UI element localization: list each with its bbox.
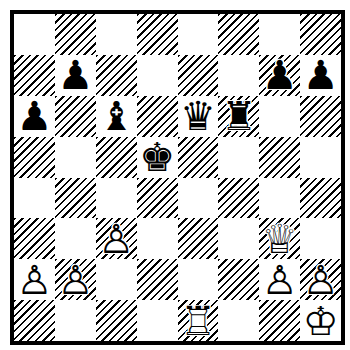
piece-glyph: ♙ — [17, 260, 53, 300]
piece-black-rook[interactable]: ♜♜ — [218, 96, 259, 137]
square-e1[interactable]: ♜♖ — [178, 300, 219, 341]
square-c5[interactable] — [96, 137, 137, 178]
square-b8[interactable] — [55, 14, 96, 55]
square-h7[interactable]: ♟♟ — [300, 55, 341, 96]
piece-glyph: ♚ — [139, 137, 175, 177]
square-b3[interactable] — [55, 218, 96, 259]
square-h5[interactable] — [300, 137, 341, 178]
piece-glyph: ♟ — [57, 55, 93, 95]
piece-glyph: ♙ — [57, 260, 93, 300]
piece-white-pawn[interactable]: ♟♙ — [14, 259, 55, 300]
square-f5[interactable] — [218, 137, 259, 178]
diagram-background: ♟♟♟♟♟♟♟♟♝♝♛♛♜♜♚♚♟♙♛♕♟♙♟♙♟♙♟♙♜♖♚♔ — [0, 0, 350, 350]
square-c2[interactable] — [96, 259, 137, 300]
square-g5[interactable] — [259, 137, 300, 178]
piece-white-queen[interactable]: ♛♕ — [259, 218, 300, 259]
piece-white-pawn[interactable]: ♟♙ — [300, 259, 341, 300]
square-a1[interactable] — [14, 300, 55, 341]
square-g2[interactable]: ♟♙ — [259, 259, 300, 300]
square-h4[interactable] — [300, 178, 341, 219]
piece-white-rook[interactable]: ♜♖ — [178, 300, 219, 341]
square-d5[interactable]: ♚♚ — [137, 137, 178, 178]
piece-white-king[interactable]: ♚♔ — [300, 300, 341, 341]
square-b6[interactable] — [55, 96, 96, 137]
piece-glyph: ♟ — [17, 96, 53, 136]
square-c8[interactable] — [96, 14, 137, 55]
piece-glyph: ♜ — [221, 96, 257, 136]
square-a4[interactable] — [14, 178, 55, 219]
square-c1[interactable] — [96, 300, 137, 341]
square-b5[interactable] — [55, 137, 96, 178]
square-e5[interactable] — [178, 137, 219, 178]
square-e8[interactable] — [178, 14, 219, 55]
square-e6[interactable]: ♛♛ — [178, 96, 219, 137]
square-c6[interactable]: ♝♝ — [96, 96, 137, 137]
piece-glyph: ♟ — [303, 55, 339, 95]
square-f1[interactable] — [218, 300, 259, 341]
square-g1[interactable] — [259, 300, 300, 341]
square-h2[interactable]: ♟♙ — [300, 259, 341, 300]
piece-glyph: ♙ — [303, 260, 339, 300]
square-b4[interactable] — [55, 178, 96, 219]
board-grid: ♟♟♟♟♟♟♟♟♝♝♛♛♜♜♚♚♟♙♛♕♟♙♟♙♟♙♟♙♜♖♚♔ — [14, 14, 341, 341]
square-a7[interactable] — [14, 55, 55, 96]
square-g7[interactable]: ♟♟ — [259, 55, 300, 96]
square-d4[interactable] — [137, 178, 178, 219]
square-d7[interactable] — [137, 55, 178, 96]
piece-glyph: ♔ — [303, 301, 339, 341]
square-b2[interactable]: ♟♙ — [55, 259, 96, 300]
square-d1[interactable] — [137, 300, 178, 341]
square-a8[interactable] — [14, 14, 55, 55]
square-e7[interactable] — [178, 55, 219, 96]
square-a6[interactable]: ♟♟ — [14, 96, 55, 137]
square-g8[interactable] — [259, 14, 300, 55]
piece-glyph: ♙ — [98, 219, 134, 259]
piece-glyph: ♝ — [98, 96, 134, 136]
square-f3[interactable] — [218, 218, 259, 259]
square-g6[interactable] — [259, 96, 300, 137]
square-f4[interactable] — [218, 178, 259, 219]
square-h6[interactable] — [300, 96, 341, 137]
square-d2[interactable] — [137, 259, 178, 300]
piece-black-pawn[interactable]: ♟♟ — [259, 55, 300, 96]
piece-glyph: ♕ — [262, 219, 298, 259]
square-f7[interactable] — [218, 55, 259, 96]
square-a3[interactable] — [14, 218, 55, 259]
square-g3[interactable]: ♛♕ — [259, 218, 300, 259]
square-g4[interactable] — [259, 178, 300, 219]
square-d3[interactable] — [137, 218, 178, 259]
piece-glyph: ♖ — [180, 301, 216, 341]
piece-black-pawn[interactable]: ♟♟ — [14, 96, 55, 137]
piece-glyph: ♟ — [262, 55, 298, 95]
piece-black-bishop[interactable]: ♝♝ — [96, 96, 137, 137]
square-f2[interactable] — [218, 259, 259, 300]
square-b1[interactable] — [55, 300, 96, 341]
piece-white-pawn[interactable]: ♟♙ — [259, 259, 300, 300]
square-b7[interactable]: ♟♟ — [55, 55, 96, 96]
piece-black-pawn[interactable]: ♟♟ — [55, 55, 96, 96]
square-e2[interactable] — [178, 259, 219, 300]
piece-white-pawn[interactable]: ♟♙ — [55, 259, 96, 300]
square-c7[interactable] — [96, 55, 137, 96]
piece-black-king[interactable]: ♚♚ — [137, 137, 178, 178]
piece-glyph: ♙ — [262, 260, 298, 300]
square-d8[interactable] — [137, 14, 178, 55]
square-c3[interactable]: ♟♙ — [96, 218, 137, 259]
chess-board: ♟♟♟♟♟♟♟♟♝♝♛♛♜♜♚♚♟♙♛♕♟♙♟♙♟♙♟♙♜♖♚♔ — [10, 10, 345, 345]
square-e3[interactable] — [178, 218, 219, 259]
square-f8[interactable] — [218, 14, 259, 55]
square-a2[interactable]: ♟♙ — [14, 259, 55, 300]
square-h8[interactable] — [300, 14, 341, 55]
piece-white-pawn[interactable]: ♟♙ — [96, 218, 137, 259]
piece-black-pawn[interactable]: ♟♟ — [300, 55, 341, 96]
square-e4[interactable] — [178, 178, 219, 219]
square-a5[interactable] — [14, 137, 55, 178]
piece-glyph: ♛ — [180, 96, 216, 136]
square-h3[interactable] — [300, 218, 341, 259]
square-d6[interactable] — [137, 96, 178, 137]
square-h1[interactable]: ♚♔ — [300, 300, 341, 341]
square-f6[interactable]: ♜♜ — [218, 96, 259, 137]
piece-black-queen[interactable]: ♛♛ — [178, 96, 219, 137]
square-c4[interactable] — [96, 178, 137, 219]
